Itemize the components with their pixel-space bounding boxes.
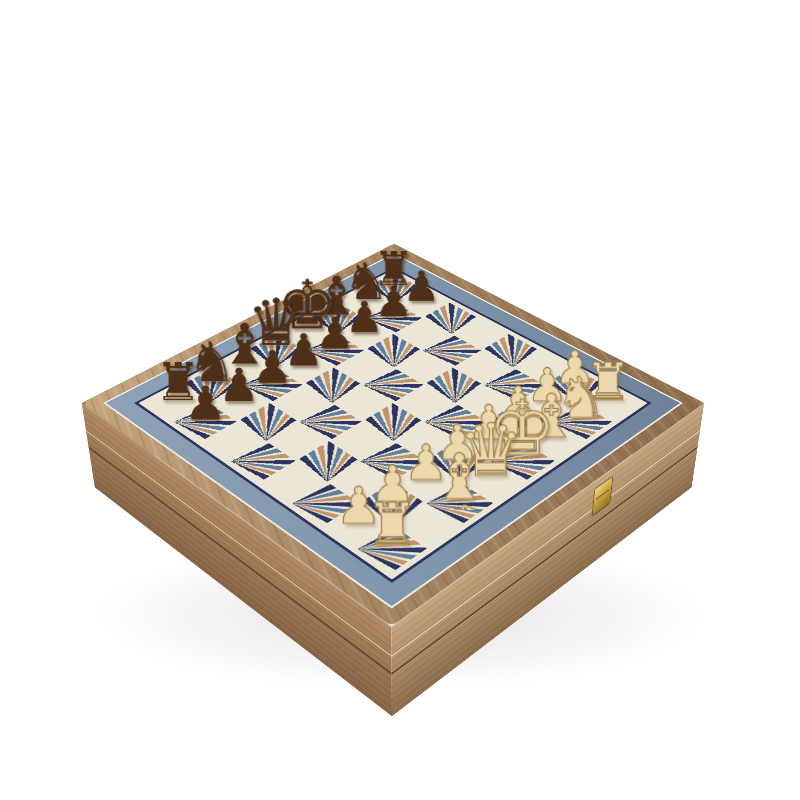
brass-latch[interactable] [592, 475, 613, 516]
chess-box: ♜♞♝♛♚♝♞♜♟♟♟♟♟♟♟♟♟♟♟♟♟♟♟♟♜♞♝♛♚♝♞♜ [82, 244, 704, 627]
product-photo-stage: ♜♞♝♛♚♝♞♜♟♟♟♟♟♟♟♟♟♟♟♟♟♟♟♟♜♞♝♛♚♝♞♜ [0, 0, 800, 800]
piece-glyph: ♜ [324, 496, 460, 555]
piece-glyph: ♟ [144, 380, 266, 427]
perspective-scene: ♜♞♝♛♚♝♞♜♟♟♟♟♟♟♟♟♟♟♟♟♟♟♟♟♜♞♝♛♚♝♞♜ [0, 0, 800, 800]
